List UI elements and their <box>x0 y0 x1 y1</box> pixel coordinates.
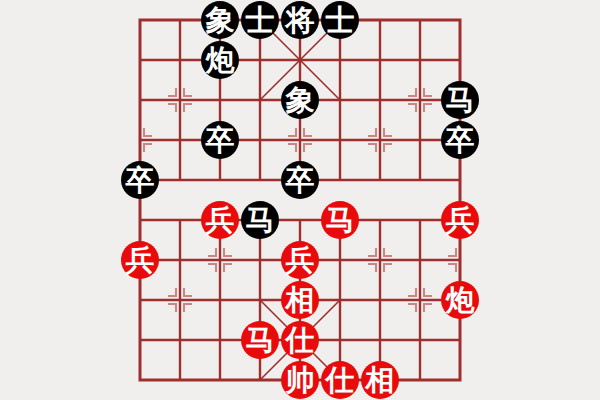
piece-red-horse[interactable]: 马 <box>241 321 279 359</box>
piece-black-cannon[interactable]: 炮 <box>201 41 239 79</box>
piece-black-pawn[interactable]: 卒 <box>281 161 319 199</box>
piece-black-elephant[interactable]: 象 <box>281 81 319 119</box>
piece-black-horse[interactable]: 马 <box>441 81 479 119</box>
piece-black-pawn[interactable]: 卒 <box>201 121 239 159</box>
piece-black-general[interactable]: 将 <box>281 1 319 39</box>
piece-red-elephant[interactable]: 相 <box>281 281 319 319</box>
piece-black-elephant[interactable]: 象 <box>201 1 239 39</box>
piece-red-pawn[interactable]: 兵 <box>121 241 159 279</box>
piece-red-advisor[interactable]: 仕 <box>281 321 319 359</box>
piece-red-pawn[interactable]: 兵 <box>201 201 239 239</box>
pieces-layer: 象士将士炮象马卒卒卒卒兵马马兵兵兵相炮马仕帅仕相 <box>120 0 480 400</box>
piece-black-horse[interactable]: 马 <box>241 201 279 239</box>
xiangqi-board: 象士将士炮象马卒卒卒卒兵马马兵兵兵相炮马仕帅仕相 <box>0 0 600 400</box>
piece-red-elephant[interactable]: 相 <box>361 361 399 399</box>
piece-red-advisor[interactable]: 仕 <box>321 361 359 399</box>
piece-red-general[interactable]: 帅 <box>281 361 319 399</box>
piece-black-pawn[interactable]: 卒 <box>121 161 159 199</box>
piece-red-horse[interactable]: 马 <box>321 201 359 239</box>
piece-red-pawn[interactable]: 兵 <box>441 201 479 239</box>
piece-black-pawn[interactable]: 卒 <box>441 121 479 159</box>
piece-red-cannon[interactable]: 炮 <box>441 281 479 319</box>
piece-black-advisor[interactable]: 士 <box>321 1 359 39</box>
piece-black-advisor[interactable]: 士 <box>241 1 279 39</box>
piece-red-pawn[interactable]: 兵 <box>281 241 319 279</box>
